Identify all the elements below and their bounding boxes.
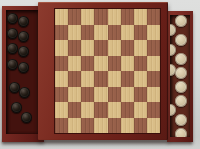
- board-square-e6[interactable]: [108, 40, 121, 56]
- board-square-a8[interactable]: [55, 9, 68, 25]
- board-square-d4[interactable]: [94, 71, 107, 87]
- board-square-f7[interactable]: [121, 25, 134, 41]
- white-checker-piece[interactable]: [175, 128, 187, 137]
- white-checker-piece[interactable]: [175, 81, 187, 93]
- board-square-h3[interactable]: [147, 87, 160, 103]
- board-square-f3[interactable]: [121, 87, 134, 103]
- board-square-b4[interactable]: [68, 71, 81, 87]
- board-square-d3[interactable]: [94, 87, 107, 103]
- white-checker-piece[interactable]: [175, 15, 187, 27]
- board-square-e3[interactable]: [108, 87, 121, 103]
- board-square-c4[interactable]: [81, 71, 94, 87]
- board-square-f2[interactable]: [121, 102, 134, 118]
- board-square-a3[interactable]: [55, 87, 68, 103]
- white-checker-piece[interactable]: [175, 67, 187, 79]
- board-square-h2[interactable]: [147, 102, 160, 118]
- board-square-d7[interactable]: [94, 25, 107, 41]
- board-square-h8[interactable]: [147, 9, 160, 25]
- board-square-f8[interactable]: [121, 9, 134, 25]
- board-square-h7[interactable]: [147, 25, 160, 41]
- board-square-h1[interactable]: [147, 118, 160, 134]
- board-square-g5[interactable]: [134, 56, 147, 72]
- board-square-a4[interactable]: [55, 71, 68, 87]
- board-square-b2[interactable]: [68, 102, 81, 118]
- black-checker-piece[interactable]: [21, 112, 32, 123]
- white-checker-piece[interactable]: [175, 34, 187, 46]
- board-square-d8[interactable]: [94, 9, 107, 25]
- board-square-h6[interactable]: [147, 40, 160, 56]
- board-square-d6[interactable]: [94, 40, 107, 56]
- board-square-e5[interactable]: [108, 56, 121, 72]
- board-square-c8[interactable]: [81, 9, 94, 25]
- board-square-b8[interactable]: [68, 9, 81, 25]
- board-grid: [55, 9, 160, 133]
- black-checker-piece[interactable]: [7, 13, 18, 24]
- board-square-a5[interactable]: [55, 56, 68, 72]
- board-square-c3[interactable]: [81, 87, 94, 103]
- left-tray-cavity: [6, 10, 39, 134]
- board-square-e4[interactable]: [108, 71, 121, 87]
- board-square-e7[interactable]: [108, 25, 121, 41]
- board-square-a1[interactable]: [55, 118, 68, 134]
- black-checker-piece[interactable]: [18, 46, 29, 57]
- board-square-d2[interactable]: [94, 102, 107, 118]
- board-square-d1[interactable]: [94, 118, 107, 134]
- black-checker-piece[interactable]: [19, 87, 30, 98]
- white-checker-piece[interactable]: [175, 95, 187, 107]
- photo-background: [0, 0, 200, 149]
- board-square-a6[interactable]: [55, 40, 68, 56]
- white-checker-piece[interactable]: [170, 24, 176, 36]
- black-checker-piece[interactable]: [7, 59, 18, 70]
- board-square-h5[interactable]: [147, 56, 160, 72]
- board-square-g2[interactable]: [134, 102, 147, 118]
- board-square-a7[interactable]: [55, 25, 68, 41]
- black-checker-piece[interactable]: [18, 62, 29, 73]
- board-square-h4[interactable]: [147, 71, 160, 87]
- board-square-c1[interactable]: [81, 118, 94, 134]
- board-square-g1[interactable]: [134, 118, 147, 134]
- board-square-b7[interactable]: [68, 25, 81, 41]
- board-square-e2[interactable]: [108, 102, 121, 118]
- white-checker-piece[interactable]: [170, 104, 176, 116]
- board-square-b5[interactable]: [68, 56, 81, 72]
- board-square-f4[interactable]: [121, 71, 134, 87]
- board-square-g4[interactable]: [134, 71, 147, 87]
- board-square-g7[interactable]: [134, 25, 147, 41]
- black-checker-piece[interactable]: [9, 82, 20, 93]
- white-checker-piece[interactable]: [175, 53, 187, 65]
- checkers-board: [38, 2, 168, 140]
- board-square-e1[interactable]: [108, 118, 121, 134]
- board-square-b1[interactable]: [68, 118, 81, 134]
- right-piece-tray: [167, 11, 193, 142]
- black-checker-piece[interactable]: [7, 43, 18, 54]
- right-tray-cavity: [170, 15, 190, 137]
- board-square-f1[interactable]: [121, 118, 134, 134]
- board-square-f6[interactable]: [121, 40, 134, 56]
- board-square-d5[interactable]: [94, 56, 107, 72]
- board-square-g6[interactable]: [134, 40, 147, 56]
- black-checker-piece[interactable]: [11, 102, 22, 113]
- board-square-e8[interactable]: [108, 9, 121, 25]
- board-square-c2[interactable]: [81, 102, 94, 118]
- board-square-c7[interactable]: [81, 25, 94, 41]
- white-checker-piece[interactable]: [170, 44, 176, 56]
- board-square-b6[interactable]: [68, 40, 81, 56]
- board-square-g3[interactable]: [134, 87, 147, 103]
- black-checker-piece[interactable]: [18, 16, 29, 27]
- board-square-f5[interactable]: [121, 56, 134, 72]
- board-square-a2[interactable]: [55, 102, 68, 118]
- board-square-g8[interactable]: [134, 9, 147, 25]
- board-square-b3[interactable]: [68, 87, 81, 103]
- board-square-c6[interactable]: [81, 40, 94, 56]
- black-checker-piece[interactable]: [7, 28, 18, 39]
- board-square-c5[interactable]: [81, 56, 94, 72]
- black-checker-piece[interactable]: [18, 31, 29, 42]
- white-checker-piece[interactable]: [175, 114, 187, 126]
